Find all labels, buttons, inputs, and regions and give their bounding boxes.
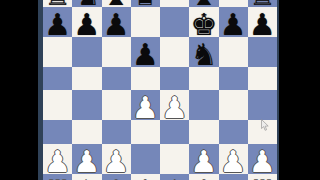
square-f6[interactable]: ♞ xyxy=(189,37,218,67)
white-pawn: ♟ xyxy=(161,93,188,123)
square-a2[interactable]: ♟ xyxy=(43,144,72,174)
square-h7[interactable]: ♟ xyxy=(248,7,277,37)
square-b3[interactable] xyxy=(72,120,101,144)
black-pawn: ♟ xyxy=(103,10,130,40)
square-d8[interactable]: ♛ xyxy=(131,0,160,7)
square-e6[interactable] xyxy=(160,37,189,67)
square-f3[interactable] xyxy=(189,120,218,144)
square-f2[interactable]: ♟ xyxy=(189,144,218,174)
black-pawn: ♟ xyxy=(220,10,247,40)
square-b8[interactable]: ♞ xyxy=(72,0,101,7)
white-bishop: ♝ xyxy=(103,177,130,180)
square-h8[interactable]: ♜ xyxy=(248,0,277,7)
white-pawn: ♟ xyxy=(132,93,159,123)
square-d1[interactable]: ♛ xyxy=(131,174,160,180)
square-a4[interactable] xyxy=(43,90,72,120)
square-h1[interactable]: ♜ xyxy=(248,174,277,180)
square-b1[interactable]: ♞ xyxy=(72,174,101,180)
square-g5[interactable] xyxy=(219,67,248,91)
square-c8[interactable]: ♝ xyxy=(102,0,131,7)
white-rook: ♜ xyxy=(44,177,71,180)
square-a3[interactable] xyxy=(43,120,72,144)
chess-board: ♜♞♝♛♝♜♟♟♟♚♟♟♟♞♟♟♟♟♟♟♟♟♜♞♝♛♚♝♜ xyxy=(43,0,277,180)
square-f1[interactable]: ♝ xyxy=(189,174,218,180)
square-g2[interactable]: ♟ xyxy=(219,144,248,174)
black-pawn: ♟ xyxy=(73,10,100,40)
square-e7[interactable] xyxy=(160,7,189,37)
square-d2[interactable] xyxy=(131,144,160,174)
black-pawn: ♟ xyxy=(132,40,159,70)
white-pawn: ♟ xyxy=(44,147,71,177)
square-e4[interactable]: ♟ xyxy=(160,90,189,120)
white-king: ♚ xyxy=(161,177,188,180)
white-pawn: ♟ xyxy=(220,147,247,177)
white-pawn: ♟ xyxy=(103,147,130,177)
video-frame: ♜♞♝♛♝♜♟♟♟♚♟♟♟♞♟♟♟♟♟♟♟♟♜♞♝♛♚♝♜ xyxy=(0,0,320,180)
square-g7[interactable]: ♟ xyxy=(219,7,248,37)
black-queen: ♛ xyxy=(132,0,159,10)
white-pawn: ♟ xyxy=(190,147,217,177)
square-f4[interactable] xyxy=(189,90,218,120)
square-e5[interactable] xyxy=(160,67,189,91)
square-c3[interactable] xyxy=(102,120,131,144)
white-rook: ♜ xyxy=(249,177,276,180)
square-a7[interactable]: ♟ xyxy=(43,7,72,37)
black-pawn: ♟ xyxy=(44,10,71,40)
square-a8[interactable]: ♜ xyxy=(43,0,72,7)
square-c4[interactable] xyxy=(102,90,131,120)
square-h3[interactable] xyxy=(248,120,277,144)
black-king: ♚ xyxy=(190,10,217,40)
square-a1[interactable]: ♜ xyxy=(43,174,72,180)
square-e1[interactable]: ♚ xyxy=(160,174,189,180)
square-h4[interactable] xyxy=(248,90,277,120)
square-g3[interactable] xyxy=(219,120,248,144)
white-queen: ♛ xyxy=(132,177,159,180)
square-a5[interactable] xyxy=(43,67,72,91)
square-h5[interactable] xyxy=(248,67,277,91)
square-b2[interactable]: ♟ xyxy=(72,144,101,174)
white-knight: ♞ xyxy=(73,177,100,180)
square-g8[interactable] xyxy=(219,0,248,7)
white-pawn: ♟ xyxy=(249,147,276,177)
black-pawn: ♟ xyxy=(249,10,276,40)
square-f7[interactable]: ♚ xyxy=(189,7,218,37)
square-c1[interactable]: ♝ xyxy=(102,174,131,180)
square-c5[interactable] xyxy=(102,67,131,91)
white-bishop: ♝ xyxy=(190,177,217,180)
square-f8[interactable]: ♝ xyxy=(189,0,218,7)
square-h2[interactable]: ♟ xyxy=(248,144,277,174)
square-e8[interactable] xyxy=(160,0,189,7)
square-c2[interactable]: ♟ xyxy=(102,144,131,174)
white-pawn: ♟ xyxy=(73,147,100,177)
square-d4[interactable]: ♟ xyxy=(131,90,160,120)
square-b4[interactable] xyxy=(72,90,101,120)
board-right-border xyxy=(277,0,279,180)
square-g4[interactable] xyxy=(219,90,248,120)
square-c7[interactable]: ♟ xyxy=(102,7,131,37)
square-d6[interactable]: ♟ xyxy=(131,37,160,67)
square-b7[interactable]: ♟ xyxy=(72,7,101,37)
square-b5[interactable] xyxy=(72,67,101,91)
square-e2[interactable] xyxy=(160,144,189,174)
black-knight: ♞ xyxy=(190,40,217,70)
